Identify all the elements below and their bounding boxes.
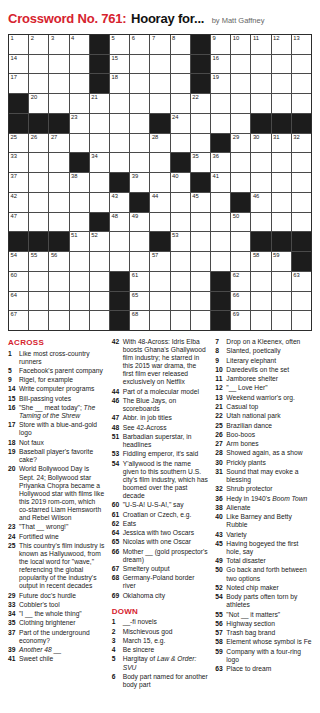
across-header: ACROSS <box>8 338 105 347</box>
cell-r10c9[interactable] <box>171 213 190 232</box>
clue-down-25: 25Brazilian dance <box>215 422 312 430</box>
clue-down-36: 36Hedy in 1940's Boom Town <box>215 495 312 503</box>
clue-text: Fortified wine <box>19 533 59 540</box>
cell-r1c13[interactable]: 11 <box>251 35 270 54</box>
clue-down-10: 10Daredevils on the set <box>215 366 312 374</box>
clue-down-63: 63Place to dream <box>215 665 312 673</box>
cell-r2c7[interactable] <box>130 55 149 74</box>
clue-across-65: 65Nicolas with one Oscar <box>112 538 209 546</box>
clue-down-52: 52Noted chip maker <box>215 584 312 592</box>
clue-section: ACROSS1Like most cross-country runners5F… <box>8 338 312 690</box>
cell-number: 55 <box>31 252 37 259</box>
cell-r10c6[interactable]: 48 <box>110 213 129 232</box>
cell-r14c13[interactable] <box>251 292 270 311</box>
cell-r3c6[interactable]: 18 <box>110 74 129 93</box>
cell-r14c7[interactable]: 65 <box>130 292 149 311</box>
cell-number: 9 <box>213 35 216 42</box>
clue-number: 40 <box>215 513 222 521</box>
cell-r3c15[interactable] <box>292 74 311 93</box>
cell-r11c4[interactable]: 51 <box>70 232 89 251</box>
cell-r8c15[interactable] <box>292 173 311 192</box>
cell-r4c2[interactable]: 20 <box>29 94 48 113</box>
clue-number: 8 <box>215 347 219 355</box>
clue-text: Utah national park <box>226 412 280 419</box>
cell-r4c8[interactable] <box>150 94 169 113</box>
cell-r2c12[interactable] <box>231 55 250 74</box>
cell-r15c13[interactable] <box>251 311 270 330</box>
clue-number: 7 <box>215 338 219 346</box>
cell-r6c6[interactable] <box>110 134 129 153</box>
cell-r13c13[interactable] <box>251 272 270 291</box>
cell-r12c10[interactable] <box>191 252 210 271</box>
cell-number: 44 <box>152 193 158 200</box>
cell-r8c7[interactable]: 39 <box>130 173 149 192</box>
cell-number: 47 <box>11 213 17 220</box>
clue-down-21: 21Casual top <box>215 403 312 411</box>
cell-r2c13[interactable] <box>251 55 270 74</box>
cell-r10c8[interactable] <box>150 213 169 232</box>
cell-r1c8[interactable]: 7 <box>150 35 169 54</box>
cell-r13c9[interactable] <box>171 272 190 291</box>
cell-r4c5[interactable]: 21 <box>90 94 109 113</box>
clue-text: Element whose symbol is Fe <box>226 638 311 645</box>
clue-number: 68 <box>112 574 119 582</box>
cell-r13c12[interactable]: 62 <box>231 272 250 291</box>
clue-number: 6 <box>112 673 116 681</box>
clue-text: Place to dream <box>226 665 271 672</box>
cell-r7c14[interactable] <box>272 153 291 172</box>
cell-number: 10 <box>233 35 239 42</box>
cell-r3c7[interactable] <box>130 74 149 93</box>
cell-number: 41 <box>213 173 219 180</box>
cell-r8c2[interactable] <box>29 173 48 192</box>
cell-r9c8[interactable]: 44 <box>150 193 169 212</box>
cell-r1c12[interactable]: 10 <box>231 35 250 54</box>
clue-text: Clothing brightener <box>19 619 76 626</box>
cell-r14c14[interactable] <box>272 292 291 311</box>
cell-r15c12[interactable]: 69 <box>231 311 250 330</box>
cell-r3c3[interactable] <box>49 74 68 93</box>
cell-r15c4[interactable] <box>70 311 89 330</box>
cell-r5c4[interactable]: 23 <box>70 114 89 133</box>
cell-r12c11[interactable] <box>211 252 230 271</box>
cell-r11c9[interactable]: 53 <box>171 232 190 251</box>
cell-r1c14[interactable]: 12 <box>272 35 291 54</box>
cell-r1c2[interactable]: 2 <box>29 35 48 54</box>
clue-down-49: 49Total disaster <box>215 557 312 565</box>
cell-r9c3[interactable] <box>49 193 68 212</box>
cell-number: 23 <box>71 114 77 121</box>
clue-across-18: 18Not faux <box>8 439 105 447</box>
clue-text: "She __ meat today"; The Taming of the S… <box>19 404 95 419</box>
cell-r15c7[interactable]: 68 <box>130 311 149 330</box>
cell-r13c2[interactable] <box>29 272 48 291</box>
cell-r4c3[interactable] <box>49 94 68 113</box>
clue-text: Hargitay of Law & Order: SVU <box>123 655 197 670</box>
clue-number: 31 <box>215 468 222 476</box>
cell-r6c15[interactable]: 32 <box>292 134 311 153</box>
cell-r12c7[interactable] <box>130 252 149 271</box>
crossword-grid-container: 1234567891011121314151617181920212223242… <box>8 34 312 331</box>
clue-number: 21 <box>215 403 222 411</box>
cell-r13c5[interactable] <box>90 272 109 291</box>
cell-r15c15[interactable] <box>292 311 311 330</box>
cell-r9c15[interactable] <box>292 193 311 212</box>
cell-r6c2[interactable]: 26 <box>29 134 48 153</box>
cell-r4c14[interactable] <box>272 94 291 113</box>
cell-r4c4[interactable] <box>70 94 89 113</box>
cell-number: 62 <box>233 272 239 279</box>
cell-r5c5[interactable] <box>90 114 109 133</box>
black-square <box>191 173 210 192</box>
cell-r13c10[interactable] <box>191 272 210 291</box>
cell-r10c10[interactable] <box>191 213 210 232</box>
cell-r7c8[interactable] <box>150 153 169 172</box>
cell-r1c1[interactable]: 1 <box>9 35 28 54</box>
cell-r13c8[interactable] <box>150 272 169 291</box>
cell-number: 61 <box>132 272 138 279</box>
clue-text: Oklahoma city <box>123 592 165 599</box>
cell-r10c11[interactable] <box>211 213 230 232</box>
clue-number: 17 <box>8 421 15 429</box>
cell-r14c1[interactable]: 64 <box>9 292 28 311</box>
clue-text: Abbr. in job titles <box>123 414 172 421</box>
cell-r3c8[interactable] <box>150 74 169 93</box>
cell-r12c4[interactable] <box>70 252 89 271</box>
cell-r12c5[interactable] <box>90 252 109 271</box>
cell-r6c10[interactable] <box>191 134 210 153</box>
clue-column-2: 42With 48-Across: Idris Elba boosts Ghan… <box>112 338 209 690</box>
cell-r6c5[interactable] <box>90 134 109 153</box>
cell-r10c7[interactable]: 49 <box>130 213 149 232</box>
cell-r14c15[interactable] <box>292 292 311 311</box>
cell-r15c1[interactable]: 67 <box>9 311 28 330</box>
cell-number: 30 <box>253 134 259 141</box>
cell-r14c2[interactable] <box>29 292 48 311</box>
cell-r7c7[interactable] <box>130 153 149 172</box>
clue-number: 20 <box>8 465 15 473</box>
cell-r1c15[interactable]: 13 <box>292 35 311 54</box>
cell-r8c8[interactable] <box>150 173 169 192</box>
cell-r3c2[interactable] <box>29 74 48 93</box>
cell-r11c12[interactable] <box>231 232 250 251</box>
clue-number: 48 <box>112 424 119 432</box>
cell-r2c2[interactable] <box>29 55 48 74</box>
cell-r2c9[interactable] <box>171 55 190 74</box>
cell-r2c3[interactable] <box>49 55 68 74</box>
cell-r12c1[interactable]: 54 <box>9 252 28 271</box>
clue-across-14: 14Write computer programs <box>8 385 105 393</box>
clue-down-26: 26Boo-boos <box>215 431 312 439</box>
clue-number: 10 <box>215 366 222 374</box>
cell-r7c5[interactable]: 34 <box>90 153 109 172</box>
cell-r14c10[interactable] <box>191 292 210 311</box>
cell-r7c6[interactable] <box>110 153 129 172</box>
cell-r8c3[interactable] <box>49 173 68 192</box>
cell-r13c14[interactable] <box>272 272 291 291</box>
cell-r4c12[interactable] <box>231 94 250 113</box>
cell-number: 63 <box>293 272 299 279</box>
cell-r15c3[interactable] <box>49 311 68 330</box>
cell-r7c15[interactable] <box>292 153 311 172</box>
cell-r11c6[interactable] <box>110 232 129 251</box>
cell-r12c2[interactable]: 55 <box>29 252 48 271</box>
clue-text: Mother __ (gold prospector's dream) <box>123 548 208 563</box>
cell-r4c15[interactable] <box>292 94 311 113</box>
cell-number: 14 <box>11 55 17 62</box>
cell-r8c14[interactable] <box>272 173 291 192</box>
clue-number: 2 <box>112 628 116 636</box>
clue-down-59: 59Company with a four-ring logo <box>215 648 312 664</box>
clue-number: 9 <box>8 376 12 384</box>
black-square <box>231 193 250 212</box>
cell-r10c1[interactable]: 47 <box>9 213 28 232</box>
cell-r5c9[interactable]: 24 <box>171 114 190 133</box>
cell-r9c1[interactable]: 42 <box>9 193 28 212</box>
cell-r7c12[interactable] <box>231 153 250 172</box>
cell-r9c10[interactable]: 45 <box>191 193 210 212</box>
cell-r4c7[interactable] <box>130 94 149 113</box>
cell-r4c6[interactable] <box>110 94 129 113</box>
cell-r7c11[interactable]: 36 <box>211 153 230 172</box>
cell-r7c10[interactable]: 35 <box>191 153 210 172</box>
clue-text: Barbadian superstar, in headlines <box>123 433 192 448</box>
cell-r15c10[interactable] <box>191 311 210 330</box>
cell-r9c9[interactable] <box>171 193 190 212</box>
cell-r5c7[interactable] <box>130 114 149 133</box>
cell-r14c3[interactable] <box>49 292 68 311</box>
clue-number: 55 <box>215 611 222 619</box>
cell-r5c12[interactable] <box>231 114 250 133</box>
clue-across-67: 67Smeltery output <box>112 565 209 573</box>
clue-down-28: 28Showed again, as a show <box>215 449 312 457</box>
cell-r8c4[interactable]: 38 <box>70 173 89 192</box>
clue-down-22: 22Utah national park <box>215 412 312 420</box>
cell-number: 4 <box>71 35 74 42</box>
cell-r2c8[interactable] <box>150 55 169 74</box>
cell-r15c8[interactable] <box>150 311 169 330</box>
cell-r5c6[interactable] <box>110 114 129 133</box>
cell-r8c5[interactable] <box>90 173 109 192</box>
black-square <box>211 311 230 330</box>
cell-r11c10[interactable] <box>191 232 210 251</box>
clue-number: 12 <box>215 384 222 392</box>
cell-r10c3[interactable] <box>49 213 68 232</box>
cell-r10c15[interactable] <box>292 213 311 232</box>
clue-number: 67 <box>112 565 119 573</box>
cell-number: 18 <box>112 74 118 81</box>
cell-r2c15[interactable] <box>292 55 311 74</box>
cell-r9c2[interactable] <box>29 193 48 212</box>
clue-text: Daredevils on the set <box>226 366 289 373</box>
cell-r5c11[interactable] <box>211 114 230 133</box>
black-square <box>150 232 169 251</box>
clue-down-6: 6Body part named for another body part <box>112 673 209 689</box>
cell-r13c4[interactable] <box>70 272 89 291</box>
clue-down-55: 55"Not __ it matters" <box>215 611 312 619</box>
clue-across-25: 25This country's film industry is known … <box>8 542 105 591</box>
cell-r9c13[interactable]: 46 <box>251 193 270 212</box>
cell-r1c4[interactable]: 4 <box>70 35 89 54</box>
clue-down-58: 58Element whose symbol is Fe <box>215 638 312 646</box>
clue-number: 49 <box>215 557 222 565</box>
cell-r4c10[interactable]: 22 <box>191 94 210 113</box>
cell-number: 35 <box>192 153 198 160</box>
cell-number: 16 <box>213 55 219 62</box>
cell-r9c6[interactable]: 43 <box>110 193 129 212</box>
cell-r9c14[interactable] <box>272 193 291 212</box>
cell-r3c13[interactable] <box>251 74 270 93</box>
cell-number: 67 <box>11 311 17 318</box>
cell-r6c12[interactable]: 29 <box>231 134 250 153</box>
cell-r11c5[interactable]: 52 <box>90 232 109 251</box>
clue-text: With 48-Across: Idris Elba boosts Ghana'… <box>123 338 206 385</box>
clue-down-5: 5Hargitay of Law & Order: SVU <box>112 655 209 671</box>
clue-text: Jamboree shelter <box>226 375 278 382</box>
cell-r3c11[interactable]: 19 <box>211 74 230 93</box>
clue-text: Cobbler's tool <box>19 601 60 608</box>
cell-r15c2[interactable] <box>29 311 48 330</box>
cell-r12c14[interactable]: 59 <box>272 252 291 271</box>
cell-r6c8[interactable]: 28 <box>150 134 169 153</box>
cell-r14c8[interactable] <box>150 292 169 311</box>
cell-r8c12[interactable] <box>231 173 250 192</box>
cell-number: 66 <box>233 292 239 299</box>
clue-text: Brazilian dance <box>226 422 272 429</box>
cell-r8c1[interactable]: 37 <box>9 173 28 192</box>
clue-across-17: 17Store with a blue-and-gold logo <box>8 421 105 437</box>
cell-r8c9[interactable]: 40 <box>171 173 190 192</box>
cell-r15c9[interactable] <box>171 311 190 330</box>
cell-r6c4[interactable] <box>70 134 89 153</box>
cell-r3c4[interactable] <box>70 74 89 93</box>
clue-number: 14 <box>8 385 15 393</box>
cell-r6c3[interactable]: 27 <box>49 134 68 153</box>
cell-r6c1[interactable]: 25 <box>9 134 28 153</box>
cell-r4c9[interactable] <box>171 94 190 113</box>
cell-r13c15[interactable]: 63 <box>292 272 311 291</box>
cell-r12c9[interactable] <box>171 252 190 271</box>
clue-text: Drop on a Kleenex, often <box>226 338 300 345</box>
cell-r2c4[interactable] <box>70 55 89 74</box>
clue-down-50: 50Go back and forth between two options <box>215 566 312 582</box>
cell-number: 36 <box>213 153 219 160</box>
cell-r10c12[interactable]: 50 <box>231 213 250 232</box>
cell-r5c10[interactable] <box>191 114 210 133</box>
cell-r2c1[interactable]: 14 <box>9 55 28 74</box>
cell-r6c14[interactable]: 31 <box>272 134 291 153</box>
cell-number: 27 <box>51 134 57 141</box>
cell-r6c7[interactable] <box>130 134 149 153</box>
cell-r4c13[interactable] <box>251 94 270 113</box>
cell-r3c12[interactable] <box>231 74 250 93</box>
cell-r6c13[interactable]: 30 <box>251 134 270 153</box>
cell-r1c9[interactable]: 8 <box>171 35 190 54</box>
cell-r6c9[interactable] <box>171 134 190 153</box>
clue-text: Fiddling emperor, it's said <box>123 450 199 457</box>
clue-text: Nicolas with one Oscar <box>123 538 191 545</box>
cell-r10c14[interactable] <box>272 213 291 232</box>
cell-r12c6[interactable] <box>110 252 129 271</box>
cell-number: 60 <box>11 272 17 279</box>
cell-r3c1[interactable]: 17 <box>9 74 28 93</box>
cell-r15c5[interactable] <box>90 311 109 330</box>
cell-r10c2[interactable] <box>29 213 48 232</box>
cell-r7c2[interactable] <box>29 153 48 172</box>
clue-across-61: 61Croatian or Czech, e.g. <box>112 511 209 519</box>
cell-r1c7[interactable]: 6 <box>130 35 149 54</box>
black-square <box>251 232 270 251</box>
black-square <box>110 173 129 192</box>
clue-text: Part of the underground economy? <box>19 629 90 644</box>
cell-r13c7[interactable]: 61 <box>130 272 149 291</box>
cell-r13c3[interactable] <box>49 272 68 291</box>
cell-r8c13[interactable] <box>251 173 270 192</box>
cell-r10c4[interactable] <box>70 213 89 232</box>
cell-r3c9[interactable] <box>171 74 190 93</box>
cell-r12c13[interactable]: 58 <box>251 252 270 271</box>
black-square <box>9 94 28 113</box>
clue-across-66: 66Mother __ (gold prospector's dream) <box>112 548 209 564</box>
clue-number: 15 <box>8 395 15 403</box>
cell-r11c7[interactable] <box>130 232 149 251</box>
cell-r1c11[interactable]: 9 <box>211 35 230 54</box>
cell-r12c3[interactable]: 56 <box>49 252 68 271</box>
cell-r7c13[interactable] <box>251 153 270 172</box>
clue-number: 66 <box>112 548 119 556</box>
cell-r2c6[interactable]: 15 <box>110 55 129 74</box>
clue-number: 50 <box>215 566 222 574</box>
cell-r3c14[interactable] <box>272 74 291 93</box>
cell-r11c11[interactable] <box>211 232 230 251</box>
cell-r9c5[interactable] <box>90 193 109 212</box>
cell-r14c9[interactable] <box>171 292 190 311</box>
clue-number: 25 <box>8 542 15 550</box>
cell-r8c11[interactable]: 41 <box>211 173 230 192</box>
cell-r2c11[interactable]: 16 <box>211 55 230 74</box>
clue-number: 22 <box>215 412 222 420</box>
cell-r13c1[interactable]: 60 <box>9 272 28 291</box>
cell-number: 68 <box>132 311 138 318</box>
clue-number: 3 <box>112 637 116 645</box>
cell-r7c1[interactable]: 33 <box>9 153 28 172</box>
cell-r1c6[interactable]: 5 <box>110 35 129 54</box>
cell-r9c11[interactable] <box>211 193 230 212</box>
clue-number: 58 <box>215 638 222 646</box>
clue-text: March 15, e.g. <box>123 637 166 644</box>
clue-number: 19 <box>8 448 15 456</box>
clue-number: 39 <box>8 646 15 654</box>
cell-r14c5[interactable] <box>90 292 109 311</box>
cell-r2c14[interactable] <box>272 55 291 74</box>
cell-r9c4[interactable] <box>70 193 89 212</box>
cell-r14c4[interactable] <box>70 292 89 311</box>
clue-text: Shrub protector <box>226 485 272 492</box>
puzzle-series-title: Crossword No. 761: <box>8 11 127 26</box>
clue-down-7: 7Drop on a Kleenex, often <box>215 338 312 346</box>
cell-r4c11[interactable] <box>211 94 230 113</box>
cell-number: 5 <box>112 35 115 42</box>
cell-r7c3[interactable] <box>49 153 68 172</box>
cell-r1c3[interactable]: 3 <box>49 35 68 54</box>
cell-r12c8[interactable]: 57 <box>150 252 169 271</box>
cell-r12c12[interactable] <box>231 252 250 271</box>
cell-r15c14[interactable] <box>272 311 291 330</box>
cell-number: 12 <box>273 35 279 42</box>
cell-r14c12[interactable]: 66 <box>231 292 250 311</box>
clue-across-46: 46The Blue Jays, on scoreboards <box>112 397 209 413</box>
cell-r10c13[interactable] <box>251 213 270 232</box>
